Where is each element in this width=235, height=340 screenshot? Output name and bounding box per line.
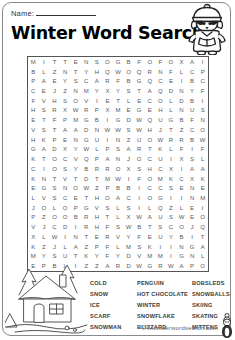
grid-cell: I (166, 242, 177, 252)
grid-cell: E (28, 183, 39, 193)
grid-cell: D (123, 261, 134, 271)
grid-cell: A (92, 76, 103, 86)
word-list-item: PENGUIN (137, 277, 192, 288)
grid-cell: I (70, 222, 81, 232)
grid-cell: I (197, 203, 208, 213)
grid-cell: S (166, 183, 177, 193)
grid-cell: I (102, 135, 113, 145)
grid-cell: W (113, 174, 124, 184)
grid-cell: U (92, 135, 103, 145)
grid-cell: A (187, 57, 198, 67)
grid-cell: T (70, 174, 81, 184)
grid-cell: T (102, 213, 113, 223)
grid-cell: H (144, 164, 155, 174)
grid-cell: R (81, 222, 92, 232)
grid-cell: O (39, 203, 50, 213)
grid-cell: Y (92, 86, 103, 96)
worksheet-page: Name: Winter Word Search MITTENSOGBFOFOX… (0, 0, 235, 340)
grid-cell: C (28, 86, 39, 96)
grid-cell: V (92, 203, 103, 213)
grid-cell: H (92, 213, 103, 223)
grid-cell: T (49, 57, 60, 67)
grid-cell: I (134, 203, 145, 213)
grid-cell: A (144, 213, 155, 223)
grid-cell: B (134, 222, 145, 232)
grid-cell: J (39, 222, 50, 232)
grid-cell: F (187, 115, 198, 125)
grid-cell: D (81, 125, 92, 135)
name-row: Name: (11, 7, 96, 18)
grid-cell: R (49, 106, 60, 116)
name-blank-line (36, 7, 96, 16)
grid-cell: O (144, 135, 155, 145)
grid-cell: O (197, 261, 208, 271)
grid-cell: S (166, 213, 177, 223)
grid-cell: K (28, 154, 39, 164)
grid-cell: G (187, 242, 198, 252)
grid-cell: F (134, 57, 145, 67)
grid-cell: S (197, 106, 208, 116)
word-list-item: SNOWFLAKE (137, 310, 192, 321)
grid-cell: B (123, 183, 134, 193)
grid-cell: S (134, 242, 145, 252)
grid-cell: F (134, 232, 145, 242)
grid-cell: Z (60, 86, 71, 96)
grid-cell: D (123, 252, 134, 262)
grid-cell: X (28, 232, 39, 242)
grid-cell: I (134, 183, 145, 193)
grid-cell: S (102, 203, 113, 213)
grid-cell: C (81, 76, 92, 86)
grid-cell: G (134, 76, 145, 86)
grid-cell: M (144, 252, 155, 262)
grid-cell: P (28, 213, 39, 223)
grid-cell: O (70, 183, 81, 193)
grid-cell: S (123, 203, 134, 213)
grid-cell: Y (166, 232, 177, 242)
grid-cell: A (70, 125, 81, 135)
grid-cell: H (28, 106, 39, 116)
grid-cell: R (134, 145, 145, 155)
grid-cell: Z (92, 261, 103, 271)
grid-cell: R (144, 67, 155, 77)
grid-cell: Q (197, 222, 208, 232)
word-list-column: COLDSNOWICESCARFSNOWMAN (90, 277, 137, 332)
grid-cell: S (134, 164, 145, 174)
grid-cell: S (60, 164, 71, 174)
word-list-item: SNOWBALLS (192, 288, 235, 299)
grid-cell: S (113, 222, 124, 232)
grid-cell: O (197, 125, 208, 135)
grid-cell: W (123, 222, 134, 232)
grid-cell: R (113, 261, 124, 271)
grid-cell: C (197, 76, 208, 86)
grid-cell: A (102, 154, 113, 164)
grid-cell: K (166, 174, 177, 184)
grid-cell: W (113, 67, 124, 77)
grid-cell: Y (123, 232, 134, 242)
small-penguin-icon (220, 313, 234, 339)
grid-cell: A (102, 261, 113, 271)
grid-cell: L (49, 203, 60, 213)
word-list: COLDSNOWICESCARFSNOWMANPENGUINHOT CHOCOL… (90, 277, 235, 332)
grid-cell: L (39, 67, 50, 77)
grid-cell: C (176, 174, 187, 184)
word-list-column: PENGUINHOT CHOCOLATEWINTERSNOWFLAKEBLIZZ… (137, 277, 192, 332)
grid-cell: Z (92, 183, 103, 193)
grid-cell: I (39, 164, 50, 174)
grid-cell: L (123, 96, 134, 106)
grid-cell: X (187, 174, 198, 184)
grid-cell: P (102, 145, 113, 155)
grid-cell: B (187, 96, 198, 106)
grid-cell: V (70, 154, 81, 164)
grid-cell: K (39, 135, 50, 145)
grid-cell: N (113, 135, 124, 145)
grid-cell: V (81, 96, 92, 106)
grid-cell: B (123, 57, 134, 67)
grid-cell: K (28, 174, 39, 184)
grid-cell: C (166, 222, 177, 232)
grid-cell: J (123, 154, 134, 164)
grid-cell: P (187, 261, 198, 271)
grid-cell: C (49, 222, 60, 232)
grid-cell: Q (102, 67, 113, 77)
grid-cell: N (70, 232, 81, 242)
grid-cell: W (134, 261, 145, 271)
grid-cell: Y (187, 86, 198, 96)
grid-cell: V (39, 96, 50, 106)
grid-cell: M (102, 174, 113, 184)
grid-cell: H (92, 67, 103, 77)
grid-cell: O (176, 222, 187, 232)
grid-cell: B (176, 115, 187, 125)
grid-cell: L (39, 232, 50, 242)
grid-cell: E (166, 76, 177, 86)
penguin-reading-icon (182, 3, 232, 55)
grid-cell: P (92, 154, 103, 164)
word-list-item: SCARF (90, 310, 137, 321)
grid-cell: O (166, 57, 177, 67)
grid-cell: A (123, 145, 134, 155)
grid-cell: D (60, 222, 71, 232)
grid-cell: M (81, 86, 92, 96)
grid-cell: A (113, 193, 124, 203)
grid-cell: I (166, 154, 177, 164)
grid-cell: W (134, 125, 145, 135)
grid-cell: E (60, 135, 71, 145)
grid-cell: V (134, 252, 145, 262)
grid-cell: I (134, 193, 145, 203)
grid-cell: E (134, 96, 145, 106)
grid-cell: S (60, 96, 71, 106)
grid-cell: W (102, 125, 113, 135)
grid-cell: I (187, 232, 198, 242)
grid-cell: L (28, 193, 39, 203)
grid-cell: M (123, 242, 134, 252)
grid-cell: I (123, 174, 134, 184)
grid-cell: I (39, 57, 50, 67)
grid-cell: B (92, 115, 103, 125)
grid-cell: B (187, 135, 198, 145)
grid-cell: V (28, 222, 39, 232)
grid-cell: N (176, 242, 187, 252)
grid-cell: N (155, 67, 166, 77)
grid-cell: A (70, 242, 81, 252)
grid-cell: L (166, 145, 177, 155)
grid-cell: P (28, 76, 39, 86)
grid-cell: F (102, 252, 113, 262)
grid-cell: T (49, 174, 60, 184)
grid-cell: B (28, 67, 39, 77)
grid-cell: N (187, 183, 198, 193)
grid-cell: I (166, 193, 177, 203)
word-search-grid: MITTENSOGBFOFOXAIBLZNTYHQWOQRNFLCPPAEYSC… (27, 56, 209, 272)
grid-cell: O (113, 164, 124, 174)
grid-cell: E (187, 203, 198, 213)
grid-cell: W (155, 135, 166, 145)
grid-cell: G (81, 203, 92, 213)
word-list-item: HOT CHOCOLATE (137, 288, 192, 299)
grid-cell: A (176, 261, 187, 271)
grid-cell: T (81, 193, 92, 203)
grid-cell: R (81, 213, 92, 223)
grid-cell: F (28, 96, 39, 106)
grid-cell: Y (92, 252, 103, 262)
grid-cell: W (134, 115, 145, 125)
grid-cell: L (92, 145, 103, 155)
grid-cell: L (166, 96, 177, 106)
grid-cell: Z (81, 242, 92, 252)
grid-cell: Q (155, 86, 166, 96)
grid-cell: G (113, 57, 124, 67)
grid-cell: N (70, 135, 81, 145)
word-list-item: BOBSLEDS (192, 277, 235, 288)
grid-cell: R (102, 232, 113, 242)
grid-cell: D (49, 145, 60, 155)
word-list-item: ICE (90, 299, 137, 310)
grid-cell: X (60, 106, 71, 116)
watermark-text: © Monsterwordsearch.com (142, 325, 218, 331)
name-label: Name: (11, 9, 34, 18)
word-list-item: SNOWMAN (90, 321, 137, 332)
grid-cell: O (49, 164, 60, 174)
grid-cell: G (81, 115, 92, 125)
grid-cell: O (144, 174, 155, 184)
grid-cell: J (49, 242, 60, 252)
grid-cell: L (113, 213, 124, 223)
grid-cell: O (49, 154, 60, 164)
grid-cell: N (176, 106, 187, 116)
grid-cell: H (28, 135, 39, 145)
grid-cell: E (92, 232, 103, 242)
grid-cell: X (176, 154, 187, 164)
grid-cell: L (113, 242, 124, 252)
grid-cell: N (187, 252, 198, 262)
grid-cell: T (39, 115, 50, 125)
grid-cell: Y (113, 86, 124, 96)
grid-cell: D (166, 86, 177, 96)
grid-cell: J (49, 86, 60, 96)
grid-cell: E (39, 86, 50, 96)
grid-cell: X (102, 106, 113, 116)
grid-cell: F (197, 86, 208, 96)
grid-cell: H (144, 125, 155, 135)
grid-cell: G (134, 106, 145, 116)
grid-cell: E (144, 106, 155, 116)
grid-cell: P (60, 115, 71, 125)
winter-house-icon (5, 259, 89, 335)
grid-cell: C (60, 193, 71, 203)
grid-cell: T (144, 222, 155, 232)
grid-cell: Z (176, 125, 187, 135)
grid-cell: I (102, 115, 113, 125)
grid-cell: R (81, 106, 92, 116)
grid-cell: P (49, 135, 60, 145)
grid-cell: S (187, 154, 198, 164)
grid-cell: R (155, 261, 166, 271)
grid-cell: S (70, 76, 81, 86)
grid-cell: I (176, 193, 187, 203)
grid-cell: U (155, 154, 166, 164)
grid-cell: Q (144, 115, 155, 125)
grid-cell: Y (81, 67, 92, 77)
grid-cell: T (134, 86, 145, 96)
grid-cell: F (102, 242, 113, 252)
grid-cell: D (123, 115, 134, 125)
grid-cell: S (113, 145, 124, 155)
grid-cell: G (176, 252, 187, 262)
grid-cell: B (113, 183, 124, 193)
grid-cell: I (176, 164, 187, 174)
grid-cell: L (197, 252, 208, 262)
grid-cell: E (102, 96, 113, 106)
grid-cell: T (60, 57, 71, 67)
grid-cell: O (60, 203, 71, 213)
grid-cell: F (155, 57, 166, 67)
grid-cell: C (155, 183, 166, 193)
grid-cell: U (187, 106, 198, 116)
grid-cell: L (176, 67, 187, 77)
page-title: Winter Word Search (11, 23, 204, 43)
grid-cell: N (81, 57, 92, 67)
grid-cell: F (49, 115, 60, 125)
grid-cell: U (155, 115, 166, 125)
word-list-item: COLD (90, 277, 137, 288)
grid-cell: R (176, 135, 187, 145)
grid-cell: H (92, 222, 103, 232)
grid-cell: G (144, 261, 155, 271)
grid-cell: C (155, 164, 166, 174)
grid-cell: U (134, 135, 145, 145)
grid-cell: D (176, 96, 187, 106)
grid-cell: N (176, 86, 187, 96)
grid-cell: P (70, 203, 81, 213)
grid-cell: C (187, 67, 198, 77)
grid-cell: G (166, 115, 177, 125)
grid-cell: Q (134, 67, 145, 77)
grid-cell: C (144, 96, 155, 106)
grid-cell: G (113, 115, 124, 125)
grid-cell: M (155, 174, 166, 184)
grid-cell: T (49, 125, 60, 135)
grid-cell: N (187, 193, 198, 203)
grid-cell: N (70, 86, 81, 96)
grid-cell: A (197, 242, 208, 252)
grid-cell: V (60, 174, 71, 184)
grid-cell: A (39, 76, 50, 86)
grid-cell: C (28, 164, 39, 174)
grid-cell: E (49, 76, 60, 86)
grid-cell: B (123, 76, 134, 86)
grid-cell: Q (144, 76, 155, 86)
grid-cell: E (123, 106, 134, 116)
grid-cell: K (28, 242, 39, 252)
grid-cell: N (197, 115, 208, 125)
grid-cell: N (39, 174, 50, 184)
grid-cell: J (187, 222, 198, 232)
grid-cell: O (123, 67, 134, 77)
grid-cell: X (123, 164, 134, 174)
grid-cell: C (60, 154, 71, 164)
grid-cell: Y (60, 76, 71, 86)
grid-cell: O (134, 154, 145, 164)
grid-cell: L (176, 203, 187, 213)
grid-cell: M (70, 115, 81, 125)
grid-cell: I (197, 96, 208, 106)
grid-cell: M (155, 252, 166, 262)
grid-cell: E (176, 183, 187, 193)
grid-cell: Y (113, 252, 124, 262)
grid-cell: X (166, 164, 177, 174)
grid-cell: T (197, 232, 208, 242)
grid-cell: X (60, 145, 71, 155)
grid-cell: B (81, 164, 92, 174)
grid-cell: W (176, 213, 187, 223)
grid-cell: Z (49, 67, 60, 77)
grid-cell: I (197, 57, 208, 67)
grid-cell: F (166, 67, 177, 77)
grid-cell: H (155, 106, 166, 116)
grid-cell: X (102, 86, 113, 96)
grid-cell: D (81, 174, 92, 184)
grid-cell: S (92, 57, 103, 67)
grid-cell: P (197, 67, 208, 77)
grid-cell: F (134, 174, 145, 184)
grid-cell: A (187, 164, 198, 174)
grid-cell: W (134, 213, 145, 223)
grid-cell: O (60, 213, 71, 223)
grid-cell: O (144, 57, 155, 67)
grid-cell: B (187, 76, 198, 86)
grid-cell: O (197, 213, 208, 223)
grid-cell: Y (70, 164, 81, 174)
grid-cell: R (166, 135, 177, 145)
grid-cell: T (144, 145, 155, 155)
grid-cell: Z (123, 135, 134, 145)
grid-cell: I (92, 96, 103, 106)
grid-cell: S (123, 86, 134, 96)
grid-cell: J (28, 203, 39, 213)
grid-cell: T (92, 174, 103, 184)
grid-cell: F (176, 145, 187, 155)
grid-cell: I (176, 76, 187, 86)
grid-cell: O (144, 193, 155, 203)
grid-cell: W (70, 106, 81, 116)
grid-cell: W (49, 232, 60, 242)
grid-cell: E (70, 193, 81, 203)
grid-cell: R (92, 164, 103, 174)
